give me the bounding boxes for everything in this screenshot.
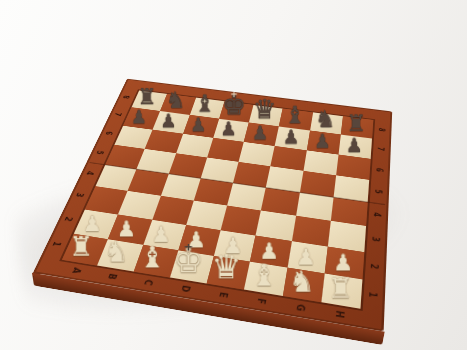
piece-black-pawn-h7: ♟	[346, 135, 363, 154]
square-g3	[291, 216, 330, 246]
square-g8: ♞	[310, 112, 343, 134]
square-c6	[176, 133, 213, 157]
square-b5	[137, 149, 176, 174]
square-f1: ♝	[244, 262, 287, 296]
rank-label-left-8: 8	[121, 95, 130, 99]
piece-white-pawn-e2: ♟	[223, 234, 243, 256]
rank-label-left-6: 6	[104, 130, 114, 135]
piece-white-rook-a1: ♜	[69, 234, 93, 261]
piece-white-knight-b1: ♞	[104, 238, 129, 266]
square-d5	[200, 157, 238, 183]
square-h8: ♜	[341, 116, 374, 139]
rank-label-right-1: 1	[367, 291, 378, 298]
piece-black-knight-b8: ♞	[165, 89, 185, 111]
piece-black-pawn-d7: ♟	[221, 119, 238, 138]
piece-black-knight-g8: ♞	[315, 108, 336, 131]
square-a5	[105, 145, 145, 170]
piece-black-queen-e8: ♛	[252, 97, 276, 124]
square-b6	[145, 129, 183, 153]
square-e6	[239, 142, 275, 166]
square-e2: ♟	[214, 230, 256, 262]
piece-black-rook-a8: ♜	[137, 86, 156, 107]
piece-black-bishop-f8: ♝	[284, 103, 305, 127]
square-e8: ♛	[249, 105, 283, 127]
file-label-g: G	[294, 303, 306, 312]
rank-label-left-3: 3	[74, 192, 85, 198]
rank-label-right-3: 3	[370, 236, 380, 242]
piece-black-pawn-a7: ♟	[130, 107, 146, 125]
square-h5	[333, 175, 369, 202]
piece-white-pawn-d2: ♟	[187, 229, 207, 251]
rank-label-left-2: 2	[62, 216, 73, 222]
file-label-e: E	[217, 291, 229, 298]
rank-label-right-2: 2	[369, 263, 379, 270]
square-d6	[207, 138, 244, 162]
piece-black-pawn-g7: ♟	[314, 131, 331, 150]
rank-label-left-5: 5	[94, 150, 104, 155]
piece-white-pawn-c2: ♟	[152, 223, 172, 245]
square-c5	[168, 153, 207, 178]
square-h3	[328, 221, 366, 252]
square-h1: ♜	[321, 273, 362, 308]
file-label-b: B	[106, 273, 118, 280]
rank-label-right-8: 8	[377, 127, 386, 132]
square-f7: ♟	[275, 127, 310, 150]
square-b7: ♟	[153, 111, 190, 133]
piece-white-knight-g1: ♞	[289, 267, 315, 296]
square-b8: ♞	[160, 94, 195, 115]
square-e7: ♟	[244, 123, 279, 146]
render-scene: ♜♞♝♚+♛♝♞♜♟♟♟♟♟♟♟♟♟♟♟♟♟♟♟♟♜♞♝♚+♛♝♞♜ ABCDE…	[0, 0, 467, 350]
square-e1: ♛	[207, 256, 251, 290]
file-label-a: A	[70, 267, 82, 274]
rank-label-right-5: 5	[373, 189, 382, 195]
square-d4	[193, 178, 233, 205]
piece-white-pawn-g2: ♟	[296, 245, 316, 267]
file-label-h: H	[334, 310, 345, 319]
piece-white-pawn-h2: ♟	[333, 251, 353, 274]
piece-black-rook-h8: ♜	[346, 113, 366, 135]
square-g6	[303, 150, 338, 175]
square-h6	[336, 154, 371, 179]
piece-white-bishop-f1: ♝	[250, 260, 277, 290]
piece-white-pawn-f2: ♟	[259, 240, 279, 262]
piece-black-bishop-c8: ♝	[194, 92, 215, 115]
square-c7: ♟	[183, 115, 219, 138]
piece-black-king-d8: ♚+	[222, 92, 246, 119]
rank-label-right-4: 4	[372, 212, 382, 218]
rank-label-left-7: 7	[113, 112, 122, 116]
rank-label-right-6: 6	[374, 167, 383, 172]
square-g2: ♟	[287, 241, 328, 274]
square-f6	[271, 146, 307, 171]
rank-label-left-1: 1	[50, 240, 62, 246]
square-f8: ♝	[279, 109, 313, 131]
square-a8: ♜	[131, 90, 167, 111]
square-d8: ♚+	[219, 101, 254, 123]
perspective-space: ♜♞♝♚+♛♝♞♜♟♟♟♟♟♟♟♟♟♟♟♟♟♟♟♟♜♞♝♚+♛♝♞♜ ABCDE…	[0, 0, 467, 350]
rank-label-right-7: 7	[376, 147, 385, 152]
piece-black-pawn-c7: ♟	[190, 115, 207, 134]
square-b1: ♞	[97, 239, 143, 271]
square-c8: ♝	[189, 98, 224, 119]
square-a7: ♟	[123, 107, 160, 129]
square-e5	[233, 162, 271, 188]
square-f4	[261, 188, 299, 216]
piece-white-pawn-a2: ♟	[82, 213, 101, 234]
square-d7: ♟	[213, 119, 249, 142]
square-g7: ♟	[306, 131, 340, 155]
piece-black-pawn-f7: ♟	[282, 127, 299, 146]
square-g1: ♞	[282, 267, 324, 302]
square-f5	[266, 166, 303, 192]
file-label-c: C	[142, 279, 154, 286]
piece-white-pawn-b2: ♟	[117, 218, 136, 240]
rank-label-left-4: 4	[84, 170, 94, 175]
king-cross-finial: +	[230, 90, 238, 99]
piece-white-rook-h1: ♜	[328, 275, 353, 303]
square-a6	[115, 125, 153, 148]
piece-black-pawn-e7: ♟	[251, 123, 268, 142]
file-label-f: F	[255, 297, 266, 304]
file-label-d: D	[179, 285, 191, 293]
square-a4	[96, 165, 137, 191]
square-h7: ♟	[338, 135, 372, 159]
piece-black-pawn-b7: ♟	[160, 111, 177, 129]
piece-white-bishop-c1: ♝	[139, 243, 165, 272]
chess-board: ♜♞♝♚+♛♝♞♜♟♟♟♟♟♟♟♟♟♟♟♟♟♟♟♟♜♞♝♚+♛♝♞♜ ABCDE…	[33, 79, 392, 332]
